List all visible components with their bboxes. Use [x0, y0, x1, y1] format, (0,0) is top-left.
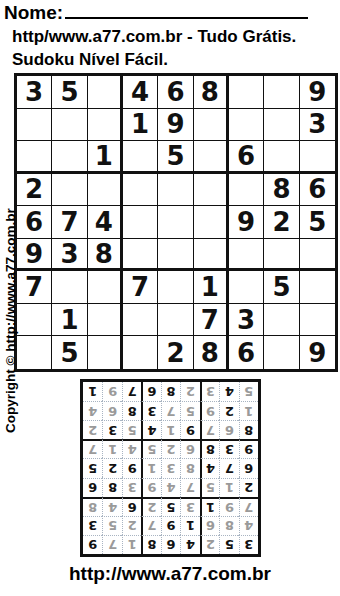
- cell-r8c5: 7: [161, 401, 180, 420]
- cell-r7c4[interactable]: 7: [123, 271, 158, 304]
- cell-r5c6[interactable]: [194, 206, 229, 239]
- cell-r5c5[interactable]: [158, 206, 193, 239]
- cell-r3c1: 7: [239, 497, 258, 516]
- cell-r6c6[interactable]: [194, 239, 229, 272]
- cell-r4c9: 6: [83, 478, 102, 497]
- cell-r8c4[interactable]: [123, 304, 158, 337]
- cell-r8c8: 6: [102, 401, 121, 420]
- cell-r7c1: 8: [239, 420, 258, 439]
- cell-r4c7[interactable]: [229, 174, 264, 207]
- cell-r4c9[interactable]: 6: [300, 174, 335, 207]
- cell-r8c1[interactable]: [17, 304, 52, 337]
- cell-r8c9: 4: [83, 401, 102, 420]
- cell-r8c2[interactable]: 1: [52, 304, 87, 337]
- cell-r3c9: 8: [83, 497, 102, 516]
- cell-r5c5: 3: [161, 458, 180, 477]
- cell-r6c4[interactable]: [123, 239, 158, 272]
- cell-r9c1: 5: [239, 382, 258, 401]
- cell-r8c1: 1: [239, 401, 258, 420]
- cell-r6c5: 2: [161, 439, 180, 458]
- cell-r2c7: 2: [122, 516, 141, 535]
- cell-r2c9[interactable]: 3: [300, 109, 335, 142]
- cell-r2c9: 3: [83, 516, 102, 535]
- cell-r6c1[interactable]: 9: [17, 239, 52, 272]
- cell-r5c4[interactable]: [123, 206, 158, 239]
- cell-r4c6[interactable]: [194, 174, 229, 207]
- cell-r2c8[interactable]: [264, 109, 299, 142]
- cell-r3c4: 3: [180, 497, 199, 516]
- cell-r5c1: 6: [239, 458, 258, 477]
- cell-r6c2[interactable]: 3: [52, 239, 87, 272]
- cell-r6c1: 9: [239, 439, 258, 458]
- cell-r7c6[interactable]: 1: [194, 271, 229, 304]
- cell-r2c3: 6: [200, 516, 219, 535]
- cell-r3c4[interactable]: [123, 141, 158, 174]
- cell-r4c7: 3: [122, 478, 141, 497]
- cell-r2c2: 8: [219, 516, 238, 535]
- copyright-vertical: Copyright © http://www.a77.com.br: [3, 85, 20, 433]
- cell-r3c2: 9: [219, 497, 238, 516]
- cell-r2c5: 9: [161, 516, 180, 535]
- cell-r1c6[interactable]: 8: [194, 76, 229, 109]
- cell-r6c2: 3: [219, 439, 238, 458]
- cell-r7c3: 7: [200, 420, 219, 439]
- cell-r8c7[interactable]: 3: [229, 304, 264, 337]
- cell-r9c8: 9: [102, 382, 121, 401]
- cell-r2c7[interactable]: [229, 109, 264, 142]
- cell-r4c1: 2: [239, 478, 258, 497]
- cell-r4c4[interactable]: [123, 174, 158, 207]
- cell-r7c2: 6: [219, 420, 238, 439]
- cell-r9c6[interactable]: 8: [194, 336, 229, 369]
- cell-r3c2[interactable]: [52, 141, 87, 174]
- cell-r8c3: 9: [200, 401, 219, 420]
- cell-r5c2: 7: [219, 458, 238, 477]
- cell-r7c3[interactable]: [88, 271, 123, 304]
- cell-r9c9: 1: [83, 382, 102, 401]
- cell-r7c8: 3: [102, 420, 121, 439]
- cell-r5c8: 2: [102, 458, 121, 477]
- cell-r7c1[interactable]: 7: [17, 271, 52, 304]
- cell-r2c3[interactable]: [88, 109, 123, 142]
- cell-r4c8[interactable]: 8: [264, 174, 299, 207]
- cell-r3c9[interactable]: [300, 141, 335, 174]
- cell-r3c3[interactable]: 1: [88, 141, 123, 174]
- cell-r3c6: 2: [141, 497, 160, 516]
- cell-r1c8[interactable]: [264, 76, 299, 109]
- cell-r7c6: 4: [141, 420, 160, 439]
- cell-r1c9[interactable]: 9: [300, 76, 335, 109]
- cell-r1c4: 4: [180, 535, 199, 554]
- cell-r9c2[interactable]: 5: [52, 336, 87, 369]
- cell-r9c4[interactable]: [123, 336, 158, 369]
- cell-r7c2[interactable]: [52, 271, 87, 304]
- cell-r7c9: 2: [83, 420, 102, 439]
- cell-r3c1[interactable]: [17, 141, 52, 174]
- cell-r4c5[interactable]: [158, 174, 193, 207]
- cell-r7c5: 1: [161, 420, 180, 439]
- cell-r1c3: 2: [200, 535, 219, 554]
- cell-r4c3[interactable]: [88, 174, 123, 207]
- cell-r7c8[interactable]: 5: [264, 271, 299, 304]
- cell-r3c6[interactable]: [194, 141, 229, 174]
- cell-r3c5[interactable]: 5: [158, 141, 193, 174]
- cell-r3c8: 4: [102, 497, 121, 516]
- cell-r6c4: 6: [180, 439, 199, 458]
- cell-r1c5: 6: [161, 535, 180, 554]
- cell-r1c5[interactable]: 6: [158, 76, 193, 109]
- cell-r5c3: 4: [200, 458, 219, 477]
- cell-r5c3[interactable]: 4: [88, 206, 123, 239]
- cell-r7c9[interactable]: [300, 271, 335, 304]
- cell-r4c8: 8: [102, 478, 121, 497]
- cell-r8c5[interactable]: [158, 304, 193, 337]
- cell-r1c3[interactable]: [88, 76, 123, 109]
- cell-r6c9[interactable]: [300, 239, 335, 272]
- cell-r2c2[interactable]: [52, 109, 87, 142]
- cell-r9c9[interactable]: 9: [300, 336, 335, 369]
- cell-r6c7[interactable]: [229, 239, 264, 272]
- cell-r2c6: 7: [141, 516, 160, 535]
- cell-r9c5[interactable]: 2: [158, 336, 193, 369]
- cell-r9c7: 7: [122, 382, 141, 401]
- cell-r9c3[interactable]: [88, 336, 123, 369]
- cell-r8c6[interactable]: 7: [194, 304, 229, 337]
- cell-r9c7[interactable]: 6: [229, 336, 264, 369]
- cell-r5c8[interactable]: 2: [264, 206, 299, 239]
- cell-r7c7[interactable]: [229, 271, 264, 304]
- sudoku-page: Nome: http/www.a77.com.br - Tudo Grátis.…: [0, 0, 340, 596]
- cell-r7c4: 9: [180, 420, 199, 439]
- cell-r2c5[interactable]: 9: [158, 109, 193, 142]
- cell-r4c2: 1: [219, 478, 238, 497]
- cell-r2c4: 1: [180, 516, 199, 535]
- cell-r5c9[interactable]: 5: [300, 206, 335, 239]
- cell-r1c4[interactable]: 4: [123, 76, 158, 109]
- cell-r8c3[interactable]: [88, 304, 123, 337]
- cell-r1c1[interactable]: 3: [17, 76, 52, 109]
- cell-r1c8: 7: [102, 535, 121, 554]
- cell-r6c7: 4: [122, 439, 141, 458]
- cell-r2c8: 5: [102, 516, 121, 535]
- solution-grid: 3524681794861972537913526482157493866748…: [80, 379, 261, 557]
- name-row: Nome:: [4, 2, 336, 24]
- cell-r4c2[interactable]: [52, 174, 87, 207]
- cell-r6c3[interactable]: 8: [88, 239, 123, 272]
- cell-r1c7: 1: [122, 535, 141, 554]
- cell-r6c9: 7: [83, 439, 102, 458]
- cell-r5c7[interactable]: 9: [229, 206, 264, 239]
- cell-r8c2: 2: [219, 401, 238, 420]
- site-line: http/www.a77.com.br - Tudo Grátis.: [12, 27, 296, 47]
- cell-r5c4: 8: [180, 458, 199, 477]
- cell-r5c2[interactable]: 7: [52, 206, 87, 239]
- cell-r3c5: 5: [161, 497, 180, 516]
- cell-r1c6: 8: [141, 535, 160, 554]
- cell-r5c9: 5: [83, 458, 102, 477]
- cell-r6c3: 8: [200, 439, 219, 458]
- cell-r7c7: 5: [122, 420, 141, 439]
- cell-r9c1[interactable]: [17, 336, 52, 369]
- cell-r9c6: 6: [141, 382, 160, 401]
- cell-r8c9[interactable]: [300, 304, 335, 337]
- cell-r1c1: 3: [239, 535, 258, 554]
- cell-r1c2: 5: [219, 535, 238, 554]
- cell-r4c5: 4: [161, 478, 180, 497]
- cell-r3c7[interactable]: 6: [229, 141, 264, 174]
- cell-r4c3: 5: [200, 478, 219, 497]
- cell-r8c8[interactable]: [264, 304, 299, 337]
- main-sudoku-grid: 354689193156286674925938771517352869: [14, 73, 338, 372]
- cell-r2c1[interactable]: [17, 109, 52, 142]
- cell-r3c8[interactable]: [264, 141, 299, 174]
- cell-r8c4: 5: [180, 401, 199, 420]
- cell-r4c6: 9: [141, 478, 160, 497]
- footer-url: http://www.a77.com.br: [0, 563, 340, 585]
- cell-r5c1[interactable]: 6: [17, 206, 52, 239]
- cell-r9c2: 4: [219, 382, 238, 401]
- cell-r1c2[interactable]: 5: [52, 76, 87, 109]
- cell-r6c6: 5: [141, 439, 160, 458]
- cell-r8c7: 8: [122, 401, 141, 420]
- level-line: Sudoku Nível Fácil.: [12, 50, 168, 70]
- cell-r1c9: 9: [83, 535, 102, 554]
- cell-r5c6: 1: [141, 458, 160, 477]
- cell-r2c1: 4: [239, 516, 258, 535]
- cell-r6c8[interactable]: [264, 239, 299, 272]
- cell-r3c7: 6: [122, 497, 141, 516]
- cell-r4c1[interactable]: 2: [17, 174, 52, 207]
- cell-r5c7: 9: [122, 458, 141, 477]
- cell-r9c5: 8: [161, 382, 180, 401]
- cell-r6c5[interactable]: [158, 239, 193, 272]
- cell-r3c3: 1: [200, 497, 219, 516]
- cell-r2c6[interactable]: [194, 109, 229, 142]
- cell-r4c4: 7: [180, 478, 199, 497]
- name-underline[interactable]: [65, 2, 308, 19]
- cell-r9c8[interactable]: [264, 336, 299, 369]
- cell-r8c6: 3: [141, 401, 160, 420]
- cell-r2c4[interactable]: 1: [123, 109, 158, 142]
- cell-r1c7[interactable]: [229, 76, 264, 109]
- name-label: Nome:: [4, 2, 63, 23]
- cell-r9c3: 3: [200, 382, 219, 401]
- cell-r9c4: 2: [180, 382, 199, 401]
- cell-r6c8: 1: [102, 439, 121, 458]
- cell-r7c5[interactable]: [158, 271, 193, 304]
